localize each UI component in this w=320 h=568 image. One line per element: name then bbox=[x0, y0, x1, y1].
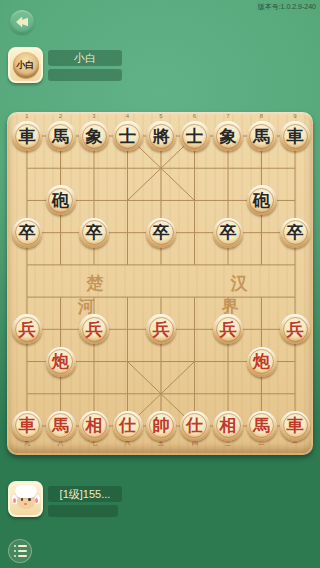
board-intersection[interactable]: 馬 bbox=[44, 410, 78, 442]
board-intersection[interactable]: 仕 bbox=[178, 410, 212, 442]
piece-black-horse[interactable]: 馬 bbox=[46, 121, 76, 151]
board-intersection[interactable] bbox=[44, 313, 78, 345]
opponent-status-plate bbox=[48, 69, 122, 81]
board-intersection[interactable]: 象 bbox=[211, 120, 245, 152]
board-intersection[interactable]: 砲 bbox=[44, 184, 78, 216]
xiangqi-board: 楚河 汉界 123456789 九八七六五四三二一 車馬象士將士象馬車砲砲卒卒卒… bbox=[7, 112, 313, 455]
board-intersection[interactable] bbox=[77, 281, 111, 313]
board-intersection[interactable]: 卒 bbox=[211, 217, 245, 249]
board-intersection[interactable]: 車 bbox=[10, 410, 44, 442]
board-intersection[interactable] bbox=[111, 378, 145, 410]
piece-black-elephant[interactable]: 象 bbox=[79, 121, 109, 151]
piece-black-horse[interactable]: 馬 bbox=[247, 121, 277, 151]
player-name: [1级]155... bbox=[48, 486, 122, 502]
board-intersection[interactable] bbox=[44, 249, 78, 281]
piece-black-elephant[interactable]: 象 bbox=[213, 121, 243, 151]
board-intersection[interactable] bbox=[178, 217, 212, 249]
piece-red-cannon[interactable]: 炮 bbox=[247, 347, 277, 377]
piece-black-soldier[interactable]: 卒 bbox=[146, 218, 176, 248]
piece-black-general[interactable]: 將 bbox=[146, 121, 176, 151]
menu-button[interactable] bbox=[8, 539, 32, 563]
column-label: 4 bbox=[111, 113, 145, 119]
board-intersection[interactable] bbox=[278, 152, 312, 184]
player-status-plate bbox=[48, 505, 118, 517]
piece-black-soldier[interactable]: 卒 bbox=[79, 218, 109, 248]
board-intersection[interactable] bbox=[178, 313, 212, 345]
piece-black-advisor[interactable]: 士 bbox=[113, 121, 143, 151]
board-intersection[interactable] bbox=[111, 281, 145, 313]
board-intersection[interactable]: 炮 bbox=[44, 345, 78, 377]
board-intersection[interactable] bbox=[77, 378, 111, 410]
board-intersection[interactable] bbox=[111, 217, 145, 249]
board-intersection[interactable]: 卒 bbox=[144, 217, 178, 249]
board-intersection[interactable] bbox=[77, 345, 111, 377]
board-intersection[interactable]: 兵 bbox=[144, 313, 178, 345]
piece-black-soldier[interactable]: 卒 bbox=[12, 218, 42, 248]
board-intersection[interactable] bbox=[211, 345, 245, 377]
board-intersection[interactable]: 兵 bbox=[10, 313, 44, 345]
board-intersection[interactable]: 車 bbox=[10, 120, 44, 152]
piece-black-chariot[interactable]: 車 bbox=[12, 121, 42, 151]
piece-black-cannon[interactable]: 砲 bbox=[247, 185, 277, 215]
board-intersection[interactable]: 炮 bbox=[245, 345, 279, 377]
list-menu-icon bbox=[14, 545, 27, 558]
board-intersection[interactable]: 馬 bbox=[245, 410, 279, 442]
board-intersection[interactable]: 兵 bbox=[278, 313, 312, 345]
board-intersection[interactable] bbox=[144, 281, 178, 313]
board-intersection[interactable] bbox=[278, 345, 312, 377]
board-intersection[interactable] bbox=[211, 184, 245, 216]
board-intersection[interactable] bbox=[178, 378, 212, 410]
column-label: 9 bbox=[278, 113, 312, 119]
column-label: 8 bbox=[245, 113, 279, 119]
piece-red-advisor[interactable]: 仕 bbox=[180, 411, 210, 441]
board-intersection[interactable] bbox=[178, 345, 212, 377]
board-intersection[interactable] bbox=[144, 249, 178, 281]
board-intersection[interactable] bbox=[44, 378, 78, 410]
board-intersection[interactable] bbox=[278, 378, 312, 410]
board-intersection[interactable]: 車 bbox=[278, 120, 312, 152]
board-intersection[interactable] bbox=[77, 152, 111, 184]
board-intersection[interactable] bbox=[10, 281, 44, 313]
board-intersection[interactable]: 象 bbox=[77, 120, 111, 152]
board-intersection[interactable] bbox=[178, 152, 212, 184]
board-intersection[interactable] bbox=[111, 152, 145, 184]
board-intersection[interactable] bbox=[10, 184, 44, 216]
board-intersection[interactable] bbox=[44, 217, 78, 249]
app-screen: 版本号:1.0.2.9-240 小白 小白 楚河 汉界 123456789 九八… bbox=[0, 0, 320, 568]
column-label: 2 bbox=[44, 113, 78, 119]
piece-black-cannon[interactable]: 砲 bbox=[46, 185, 76, 215]
board-intersection[interactable]: 卒 bbox=[278, 217, 312, 249]
version-label: 版本号:1.0.2.9-240 bbox=[258, 2, 316, 12]
board-intersection[interactable] bbox=[144, 378, 178, 410]
board-intersection[interactable] bbox=[144, 345, 178, 377]
board-intersection[interactable]: 相 bbox=[211, 410, 245, 442]
sheep-avatar-icon bbox=[12, 485, 40, 513]
piece-red-soldier[interactable]: 兵 bbox=[280, 314, 310, 344]
board-intersection[interactable] bbox=[245, 313, 279, 345]
opponent-name: 小白 bbox=[48, 50, 122, 66]
back-arrow-icon bbox=[16, 17, 28, 28]
piece-red-cannon[interactable]: 炮 bbox=[46, 347, 76, 377]
board-intersection[interactable] bbox=[178, 281, 212, 313]
board-intersection[interactable] bbox=[144, 152, 178, 184]
piece-red-horse[interactable]: 馬 bbox=[46, 411, 76, 441]
piece-red-advisor[interactable]: 仕 bbox=[113, 411, 143, 441]
board-intersection[interactable] bbox=[245, 217, 279, 249]
board-intersection[interactable]: 士 bbox=[178, 120, 212, 152]
board-intersection[interactable] bbox=[77, 249, 111, 281]
piece-red-elephant[interactable]: 相 bbox=[213, 411, 243, 441]
board-intersection[interactable] bbox=[278, 249, 312, 281]
board-intersection[interactable]: 卒 bbox=[10, 217, 44, 249]
board-intersection[interactable]: 士 bbox=[111, 120, 145, 152]
board-intersection[interactable] bbox=[178, 249, 212, 281]
board-intersection[interactable] bbox=[278, 281, 312, 313]
piece-red-soldier[interactable]: 兵 bbox=[79, 314, 109, 344]
board-intersection[interactable] bbox=[211, 152, 245, 184]
column-label: 5 bbox=[144, 113, 178, 119]
board-intersection[interactable] bbox=[245, 152, 279, 184]
board-intersection[interactable]: 仕 bbox=[111, 410, 145, 442]
column-label: 7 bbox=[211, 113, 245, 119]
board-intersection[interactable] bbox=[278, 184, 312, 216]
board-intersection[interactable]: 砲 bbox=[245, 184, 279, 216]
opponent-avatar[interactable]: 小白 bbox=[8, 47, 43, 83]
board-intersection[interactable] bbox=[144, 184, 178, 216]
pieces-layer: 車馬象士將士象馬車砲砲卒卒卒卒卒兵兵兵兵兵炮炮車馬相仕帥仕相馬車 bbox=[10, 120, 312, 442]
board-intersection[interactable]: 兵 bbox=[211, 313, 245, 345]
piece-red-soldier[interactable]: 兵 bbox=[213, 314, 243, 344]
board-intersection[interactable] bbox=[111, 184, 145, 216]
board-intersection[interactable] bbox=[245, 378, 279, 410]
board-intersection[interactable] bbox=[44, 152, 78, 184]
piece-red-general[interactable]: 帥 bbox=[146, 411, 176, 441]
board-intersection[interactable] bbox=[10, 249, 44, 281]
board-intersection[interactable] bbox=[211, 249, 245, 281]
piece-black-advisor[interactable]: 士 bbox=[180, 121, 210, 151]
column-label: 6 bbox=[178, 113, 212, 119]
board-intersection[interactable]: 帥 bbox=[144, 410, 178, 442]
board-intersection[interactable]: 兵 bbox=[77, 313, 111, 345]
column-labels-top: 123456789 bbox=[10, 113, 312, 119]
piece-red-chariot[interactable]: 車 bbox=[280, 411, 310, 441]
opponent-avatar-text: 小白 bbox=[17, 59, 35, 72]
piece-black-soldier[interactable]: 卒 bbox=[280, 218, 310, 248]
board-intersection[interactable]: 馬 bbox=[44, 120, 78, 152]
piece-red-elephant[interactable]: 相 bbox=[79, 411, 109, 441]
piece-red-soldier[interactable]: 兵 bbox=[12, 314, 42, 344]
board-intersection[interactable] bbox=[111, 345, 145, 377]
board-intersection[interactable]: 卒 bbox=[77, 217, 111, 249]
board-intersection[interactable] bbox=[10, 152, 44, 184]
board-intersection[interactable] bbox=[111, 249, 145, 281]
board-intersection[interactable]: 車 bbox=[278, 410, 312, 442]
board-intersection[interactable] bbox=[44, 281, 78, 313]
board-intersection[interactable] bbox=[10, 378, 44, 410]
board-intersection[interactable] bbox=[211, 281, 245, 313]
piece-black-soldier[interactable]: 卒 bbox=[213, 218, 243, 248]
back-button[interactable] bbox=[10, 10, 34, 34]
board-intersection[interactable] bbox=[245, 281, 279, 313]
board-intersection[interactable]: 馬 bbox=[245, 120, 279, 152]
board-intersection[interactable] bbox=[178, 184, 212, 216]
board-intersection[interactable]: 相 bbox=[77, 410, 111, 442]
piece-red-soldier[interactable]: 兵 bbox=[146, 314, 176, 344]
piece-red-chariot[interactable]: 車 bbox=[12, 411, 42, 441]
board-intersection[interactable] bbox=[211, 378, 245, 410]
board-intersection[interactable] bbox=[10, 345, 44, 377]
piece-red-horse[interactable]: 馬 bbox=[247, 411, 277, 441]
piece-black-chariot[interactable]: 車 bbox=[280, 121, 310, 151]
board-intersection[interactable] bbox=[77, 184, 111, 216]
board-intersection[interactable] bbox=[111, 313, 145, 345]
column-label: 1 bbox=[10, 113, 44, 119]
player-avatar[interactable] bbox=[8, 481, 43, 517]
opponent-avatar-coin: 小白 bbox=[13, 52, 39, 78]
column-label: 3 bbox=[77, 113, 111, 119]
board-intersection[interactable] bbox=[245, 249, 279, 281]
board-intersection[interactable]: 將 bbox=[144, 120, 178, 152]
